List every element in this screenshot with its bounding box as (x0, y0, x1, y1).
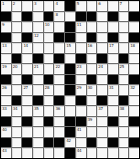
black-cell-r10c10 (97, 96, 107, 106)
letter-cell-r6c13[interactable] (129, 54, 139, 64)
letter-cell-r2c6[interactable]: 8 (54, 12, 64, 22)
clue-number-23: 23 (77, 64, 82, 69)
letter-cell-r1c1[interactable]: 1 (1, 1, 11, 11)
letter-cell-r15c2[interactable] (12, 148, 22, 158)
black-cell-r15c7 (65, 148, 75, 158)
letter-cell-r2c10[interactable] (97, 12, 107, 22)
black-cell-r2c11 (108, 12, 118, 22)
black-cell-r10c6 (54, 96, 64, 106)
letter-cell-r12c2[interactable] (12, 117, 22, 127)
letter-cell-r4c2[interactable] (12, 33, 22, 43)
black-cell-r13c7 (65, 127, 75, 137)
clue-number-14: 14 (23, 43, 28, 48)
black-cell-r14c5 (44, 138, 54, 148)
letter-cell-r1c13[interactable] (129, 1, 139, 11)
clue-number-42: 42 (66, 138, 71, 143)
letter-cell-r3c4[interactable] (33, 22, 43, 32)
black-cell-r14c13 (129, 138, 139, 148)
black-cell-r12c5 (44, 117, 54, 127)
letter-cell-r13c5[interactable] (44, 127, 54, 137)
letter-cell-r1c9[interactable] (87, 1, 97, 11)
black-cell-r8c9 (87, 75, 97, 85)
letter-cell-r13c2[interactable] (12, 127, 22, 137)
clue-number-27: 27 (23, 85, 28, 90)
letter-cell-r15c12[interactable] (119, 148, 129, 158)
black-cell-r7c7 (65, 64, 75, 74)
letter-cell-r10c9[interactable] (87, 96, 97, 106)
black-cell-r8c5 (44, 75, 54, 85)
letter-cell-r13c9[interactable] (87, 127, 97, 137)
letter-cell-r12c10[interactable] (97, 117, 107, 127)
letter-cell-r2c4[interactable] (33, 12, 43, 22)
letter-cell-r7c6[interactable]: 22 (54, 64, 64, 74)
crossword-grid: 1234567891011121314151617181920212223242… (0, 0, 140, 159)
letter-cell-r2c12[interactable] (119, 12, 129, 22)
letter-cell-r15c11[interactable] (108, 148, 118, 158)
letter-cell-r1c10[interactable]: 6 (97, 1, 107, 11)
letter-cell-r13c6[interactable] (54, 127, 64, 137)
letter-cell-r13c1[interactable]: 40 (1, 127, 11, 137)
letter-cell-r11c3[interactable] (22, 106, 32, 116)
letter-cell-r14c12[interactable] (119, 138, 129, 148)
letter-cell-r5c7[interactable]: 15 (65, 43, 75, 53)
black-cell-r4c6 (54, 33, 64, 43)
letter-cell-r9c6[interactable] (54, 85, 64, 95)
clue-number-29: 29 (77, 85, 82, 90)
letter-cell-r9c5[interactable]: 28 (44, 85, 54, 95)
black-cell-r6c4 (33, 54, 43, 64)
black-cell-r8c13 (129, 75, 139, 85)
letter-cell-r9c10[interactable] (97, 85, 107, 95)
clue-number-39: 39 (88, 117, 93, 122)
letter-cell-r3c2[interactable] (12, 22, 22, 32)
letter-cell-r5c5[interactable] (44, 43, 54, 53)
letter-cell-r15c5[interactable] (44, 148, 54, 158)
letter-cell-r4c10[interactable] (97, 33, 107, 43)
letter-cell-r3c6[interactable] (54, 22, 64, 32)
letter-cell-r10c11[interactable] (108, 96, 118, 106)
letter-cell-r9c3[interactable]: 27 (22, 85, 32, 95)
letter-cell-r3c10[interactable] (97, 22, 107, 32)
clue-number-25: 25 (120, 64, 125, 69)
black-cell-r12c7 (65, 117, 75, 127)
black-cell-r8c1 (1, 75, 11, 85)
black-cell-r10c12 (119, 96, 129, 106)
letter-cell-r11c8[interactable] (76, 106, 86, 116)
letter-cell-r13c3[interactable] (22, 127, 32, 137)
letter-cell-r1c8[interactable]: 5 (76, 1, 86, 11)
black-cell-r2c13 (129, 12, 139, 22)
letter-cell-r4c8[interactable] (76, 33, 86, 43)
letter-cell-r8c4[interactable] (33, 75, 43, 85)
clue-number-35: 35 (34, 106, 39, 111)
black-cell-r9c7 (65, 85, 75, 95)
letter-cell-r7c1[interactable]: 19 (1, 64, 11, 74)
letter-cell-r5c12[interactable] (119, 43, 129, 53)
black-cell-r4c7 (65, 33, 75, 43)
letter-cell-r13c13[interactable] (129, 127, 139, 137)
letter-cell-r7c11[interactable] (108, 64, 118, 74)
letter-cell-r1c6[interactable]: 4 (54, 1, 64, 11)
letter-cell-r5c2[interactable] (12, 43, 22, 53)
letter-cell-r9c4[interactable] (33, 85, 43, 95)
black-cell-r2c8 (76, 12, 86, 22)
letter-cell-r5c3[interactable]: 14 (22, 43, 32, 53)
letter-cell-r11c9[interactable] (87, 106, 97, 116)
clue-number-44: 44 (77, 148, 82, 153)
letter-cell-r5c4[interactable] (33, 43, 43, 53)
letter-cell-r14c2[interactable] (12, 138, 22, 148)
black-cell-r4c11 (108, 33, 118, 43)
letter-cell-r15c9[interactable] (87, 148, 97, 158)
black-cell-r6c8 (76, 54, 86, 64)
letter-cell-r9c8[interactable]: 29 (76, 85, 86, 95)
letter-cell-r11c1[interactable]: 33 (1, 106, 11, 116)
letter-cell-r3c1[interactable]: 9 (1, 22, 11, 32)
letter-cell-r13c8[interactable]: 41 (76, 127, 86, 137)
letter-cell-r5c11[interactable]: 17 (108, 43, 118, 53)
clue-number-19: 19 (2, 64, 7, 69)
letter-cell-r13c10[interactable] (97, 127, 107, 137)
letter-cell-r5c13[interactable]: 18 (129, 43, 139, 53)
letter-cell-r10c5[interactable] (44, 96, 54, 106)
letter-cell-r12c9[interactable]: 39 (87, 117, 97, 127)
clue-number-40: 40 (2, 127, 7, 132)
letter-cell-r14c10[interactable] (97, 138, 107, 148)
black-cell-r12c13 (129, 117, 139, 127)
black-cell-r12c3 (22, 117, 32, 127)
clue-number-20: 20 (13, 64, 18, 69)
letter-cell-r7c4[interactable]: 21 (33, 64, 43, 74)
clue-number-24: 24 (98, 64, 103, 69)
letter-cell-r3c12[interactable] (119, 22, 129, 32)
clue-number-11: 11 (77, 22, 82, 27)
letter-cell-r1c2[interactable]: 2 (12, 1, 22, 11)
black-cell-r6c10 (97, 54, 107, 64)
letter-cell-r11c12[interactable]: 38 (119, 106, 129, 116)
clue-number-10: 10 (45, 22, 50, 27)
black-cell-r8c7 (65, 75, 75, 85)
letter-cell-r9c2[interactable] (12, 85, 22, 95)
clue-number-36: 36 (55, 106, 60, 111)
letter-cell-r6c5[interactable] (44, 54, 54, 64)
black-cell-r2c1 (1, 12, 11, 22)
letter-cell-r3c9[interactable] (87, 22, 97, 32)
letter-cell-r15c3[interactable] (22, 148, 32, 158)
letter-cell-r1c4[interactable]: 3 (33, 1, 43, 11)
letter-cell-r10c1[interactable] (1, 96, 11, 106)
clue-number-5: 5 (77, 1, 79, 6)
letter-cell-r11c7[interactable] (65, 106, 75, 116)
letter-cell-r9c12[interactable] (119, 85, 129, 95)
clue-number-13: 13 (2, 43, 7, 48)
clue-number-1: 1 (2, 1, 4, 6)
letter-cell-r15c1[interactable]: 43 (1, 148, 11, 158)
letter-cell-r9c1[interactable]: 26 (1, 85, 11, 95)
black-cell-r8c11 (108, 75, 118, 85)
letter-cell-r4c4[interactable]: 12 (33, 33, 43, 43)
black-cell-r12c8 (76, 117, 86, 127)
letter-cell-r3c3[interactable] (22, 22, 32, 32)
letter-cell-r14c8[interactable] (76, 138, 86, 148)
letter-cell-r2c2[interactable] (12, 12, 22, 22)
clue-number-26: 26 (2, 85, 7, 90)
black-cell-r6c6 (54, 54, 64, 64)
letter-cell-r1c3[interactable] (22, 1, 32, 11)
letter-cell-r4c5[interactable] (44, 33, 54, 43)
clue-number-34: 34 (13, 106, 18, 111)
black-cell-r8c3 (22, 75, 32, 85)
letter-cell-r7c8[interactable]: 23 (76, 64, 86, 74)
black-cell-r2c3 (22, 12, 32, 22)
letter-cell-r15c10[interactable] (97, 148, 107, 158)
clue-number-38: 38 (120, 106, 125, 111)
clue-number-6: 6 (98, 1, 100, 6)
letter-cell-r5c8[interactable] (76, 43, 86, 53)
letter-cell-r2c7[interactable] (65, 12, 75, 22)
letter-cell-r7c9[interactable] (87, 64, 97, 74)
clue-number-16: 16 (88, 43, 93, 48)
letter-cell-r5c9[interactable]: 16 (87, 43, 97, 53)
clue-number-21: 21 (34, 64, 39, 69)
black-cell-r4c1 (1, 33, 11, 43)
clue-number-32: 32 (130, 85, 135, 90)
black-cell-r2c5 (44, 12, 54, 22)
letter-cell-r1c12[interactable]: 7 (119, 1, 129, 11)
letter-cell-r14c4[interactable] (33, 138, 43, 148)
clue-number-3: 3 (34, 1, 36, 6)
black-cell-r14c11 (108, 138, 118, 148)
letter-cell-r11c10[interactable]: 37 (97, 106, 107, 116)
letter-cell-r9c13[interactable]: 32 (129, 85, 139, 95)
letter-cell-r12c4[interactable] (33, 117, 43, 127)
clue-number-43: 43 (2, 148, 7, 153)
clue-number-15: 15 (66, 43, 71, 48)
letter-cell-r6c3[interactable] (22, 54, 32, 64)
clue-number-2: 2 (13, 1, 15, 6)
clue-number-30: 30 (88, 85, 93, 90)
letter-cell-r1c11[interactable] (108, 1, 118, 11)
clue-number-12: 12 (34, 33, 39, 38)
letter-cell-r12c6[interactable] (54, 117, 64, 127)
clue-number-9: 9 (2, 22, 4, 27)
black-cell-r3c7 (65, 22, 75, 32)
black-cell-r6c12 (119, 54, 129, 64)
letter-cell-r6c9[interactable] (87, 54, 97, 64)
letter-cell-r8c10[interactable] (97, 75, 107, 85)
letter-cell-r6c1[interactable] (1, 54, 11, 64)
black-cell-r10c8 (76, 96, 86, 106)
letter-cell-r5c10[interactable] (97, 43, 107, 53)
letter-cell-r3c5[interactable]: 10 (44, 22, 54, 32)
letter-cell-r15c4[interactable] (33, 148, 43, 158)
letter-cell-r3c13[interactable] (129, 22, 139, 32)
letter-cell-r11c5[interactable] (44, 106, 54, 116)
letter-cell-r6c7[interactable] (65, 54, 75, 64)
letter-cell-r3c8[interactable]: 11 (76, 22, 86, 32)
letter-cell-r5c1[interactable]: 13 (1, 43, 11, 53)
black-cell-r12c11 (108, 117, 118, 127)
letter-cell-r13c11[interactable] (108, 127, 118, 137)
letter-cell-r11c2[interactable]: 34 (12, 106, 22, 116)
letter-cell-r10c13[interactable] (129, 96, 139, 106)
clue-number-22: 22 (55, 64, 60, 69)
black-cell-r12c1 (1, 117, 11, 127)
letter-cell-r5c6[interactable] (54, 43, 64, 53)
letter-cell-r8c2[interactable] (12, 75, 22, 85)
letter-cell-r8c6[interactable] (54, 75, 64, 85)
letter-cell-r7c2[interactable]: 20 (12, 64, 22, 74)
black-cell-r6c2 (12, 54, 22, 64)
letter-cell-r15c6[interactable] (54, 148, 64, 158)
letter-cell-r9c11[interactable]: 31 (108, 85, 118, 95)
letter-cell-r7c12[interactable]: 25 (119, 64, 129, 74)
letter-cell-r1c5[interactable] (44, 1, 54, 11)
letter-cell-r7c10[interactable]: 24 (97, 64, 107, 74)
letter-cell-r15c13[interactable] (129, 148, 139, 158)
black-cell-r14c1 (1, 138, 11, 148)
letter-cell-r4c12[interactable] (119, 33, 129, 43)
letter-cell-r14c7[interactable]: 42 (65, 138, 75, 148)
black-cell-r10c4 (33, 96, 43, 106)
letter-cell-r11c13[interactable] (129, 106, 139, 116)
black-cell-r14c9 (87, 138, 97, 148)
black-cell-r2c9 (87, 12, 97, 22)
letter-cell-r7c13[interactable] (129, 64, 139, 74)
clue-number-18: 18 (130, 43, 135, 48)
letter-cell-r11c4[interactable]: 35 (33, 106, 43, 116)
letter-cell-r10c3[interactable] (22, 96, 32, 106)
black-cell-r4c3 (22, 33, 32, 43)
letter-cell-r13c12[interactable] (119, 127, 129, 137)
black-cell-r4c9 (87, 33, 97, 43)
clue-number-28: 28 (45, 85, 50, 90)
letter-cell-r9c9[interactable]: 30 (87, 85, 97, 95)
clue-number-17: 17 (109, 43, 114, 48)
letter-cell-r15c8[interactable]: 44 (76, 148, 86, 158)
letter-cell-r11c11[interactable] (108, 106, 118, 116)
black-cell-r10c2 (12, 96, 22, 106)
letter-cell-r8c8[interactable] (76, 75, 86, 85)
clue-number-8: 8 (55, 12, 57, 17)
clue-number-37: 37 (98, 106, 103, 111)
black-cell-r1c7 (65, 1, 75, 11)
black-cell-r4c13 (129, 33, 139, 43)
black-cell-r14c3 (22, 138, 32, 148)
crossword-puzzle: 1234567891011121314151617181920212223242… (0, 0, 140, 159)
letter-cell-r12c12[interactable] (119, 117, 129, 127)
letter-cell-r7c3[interactable] (22, 64, 32, 74)
clue-number-4: 4 (55, 1, 57, 6)
letter-cell-r11c6[interactable]: 36 (54, 106, 64, 116)
clue-number-7: 7 (120, 1, 122, 6)
black-cell-r14c6 (54, 138, 64, 148)
clue-number-41: 41 (77, 127, 82, 132)
clue-number-31: 31 (109, 85, 114, 90)
letter-cell-r6c11[interactable] (108, 54, 118, 64)
letter-cell-r7c5[interactable] (44, 64, 54, 74)
letter-cell-r8c12[interactable] (119, 75, 129, 85)
clue-number-33: 33 (2, 106, 7, 111)
letter-cell-r13c4[interactable] (33, 127, 43, 137)
letter-cell-r3c11[interactable] (108, 22, 118, 32)
letter-cell-r10c7[interactable] (65, 96, 75, 106)
